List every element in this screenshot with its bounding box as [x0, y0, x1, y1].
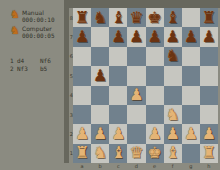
square-h1[interactable]: ♜	[200, 144, 218, 163]
white-bishop: ♝	[166, 145, 180, 161]
file-label-c: c	[109, 163, 127, 170]
square-b8[interactable]: ♞	[91, 8, 109, 27]
square-f7[interactable]: ♟	[164, 27, 182, 46]
chess-app-window: ♞ Manual 000:00:10 ♞ Computer 000:00:05 …	[0, 0, 220, 170]
black-move: b5	[40, 65, 62, 73]
black-pawn: ♟	[202, 29, 216, 45]
square-c1[interactable]: ♝	[109, 144, 127, 163]
board-frame-top	[64, 0, 220, 8]
black-bishop: ♝	[166, 10, 180, 26]
white-bishop: ♝	[111, 145, 125, 161]
black-queen: ♛	[129, 10, 143, 26]
black-pawn: ♟	[111, 29, 125, 45]
black-rook: ♜	[202, 10, 216, 26]
black-king: ♚	[147, 10, 161, 26]
black-pawn: ♟	[147, 29, 161, 45]
square-g5[interactable]	[182, 66, 200, 85]
file-label-g: g	[182, 163, 200, 170]
square-a4[interactable]	[73, 86, 91, 105]
square-a7[interactable]: ♟	[73, 27, 91, 46]
white-pawn: ♟	[184, 126, 198, 142]
square-d6[interactable]	[127, 47, 145, 66]
square-g8[interactable]	[182, 8, 200, 27]
white-queen: ♛	[129, 145, 143, 161]
square-a6[interactable]	[73, 47, 91, 66]
black-knight: ♞	[166, 48, 180, 64]
square-h3[interactable]	[200, 105, 218, 124]
square-g2[interactable]: ♟	[182, 124, 200, 143]
square-a3[interactable]	[73, 105, 91, 124]
black-rook: ♜	[75, 10, 89, 26]
white-pawn: ♟	[75, 126, 89, 142]
square-d5[interactable]	[127, 66, 145, 85]
square-b1[interactable]: ♞	[91, 144, 109, 163]
square-a5[interactable]	[73, 66, 91, 85]
square-b7[interactable]	[91, 27, 109, 46]
square-a1[interactable]: ♜	[73, 144, 91, 163]
square-c8[interactable]: ♝	[109, 8, 127, 27]
square-e5[interactable]	[146, 66, 164, 85]
white-pawn: ♟	[129, 87, 143, 103]
move-row: 2 Nf3 b5	[10, 65, 62, 73]
black-pawn: ♟	[166, 29, 180, 45]
square-f1[interactable]: ♝	[164, 144, 182, 163]
file-label-e: e	[146, 163, 164, 170]
square-h7[interactable]: ♟	[200, 27, 218, 46]
square-d3[interactable]	[127, 105, 145, 124]
square-d1[interactable]: ♛	[127, 144, 145, 163]
move-number: 2	[10, 65, 17, 73]
player-white-clock: 000:00:10	[22, 16, 64, 23]
file-label-b: b	[91, 163, 109, 170]
white-knight: ♞	[93, 145, 107, 161]
square-a8[interactable]: ♜	[73, 8, 91, 27]
square-c2[interactable]: ♟	[109, 124, 127, 143]
square-d2[interactable]	[127, 124, 145, 143]
black-pawn: ♟	[93, 68, 107, 84]
square-h6[interactable]	[200, 47, 218, 66]
square-a2[interactable]: ♟	[73, 124, 91, 143]
square-e1[interactable]: ♚	[146, 144, 164, 163]
white-pawn: ♟	[147, 126, 161, 142]
player-black-name: Computer	[22, 25, 64, 32]
square-c5[interactable]	[109, 66, 127, 85]
black-pawn: ♟	[75, 29, 89, 45]
square-g6[interactable]	[182, 47, 200, 66]
white-pawn: ♟	[111, 126, 125, 142]
white-pawn: ♟	[166, 126, 180, 142]
move-row: 1 d4 Nf6	[10, 57, 62, 65]
square-f2[interactable]: ♟	[164, 124, 182, 143]
square-c4[interactable]	[109, 86, 127, 105]
white-move: Nf3	[17, 65, 40, 73]
black-pawn: ♟	[184, 29, 198, 45]
square-c7[interactable]: ♟	[109, 27, 127, 46]
player-black-clock: 000:00:05	[22, 32, 64, 39]
square-e4[interactable]	[146, 86, 164, 105]
square-f6[interactable]: ♞	[164, 47, 182, 66]
square-d4[interactable]: ♟	[127, 86, 145, 105]
white-pawn: ♟	[202, 126, 216, 142]
square-c6[interactable]	[109, 47, 127, 66]
file-labels: abcdefgh	[73, 163, 218, 170]
square-b4[interactable]	[91, 86, 109, 105]
black-pawn: ♟	[129, 29, 143, 45]
square-b6[interactable]	[91, 47, 109, 66]
white-rook: ♜	[202, 145, 216, 161]
square-e7[interactable]: ♟	[146, 27, 164, 46]
file-label-h: h	[200, 163, 218, 170]
player-white-entry: ♞ Manual 000:00:10	[10, 9, 64, 23]
white-rook: ♜	[75, 145, 89, 161]
square-d8[interactable]: ♛	[127, 8, 145, 27]
square-e3[interactable]	[146, 105, 164, 124]
square-f4[interactable]	[164, 86, 182, 105]
square-b2[interactable]: ♟	[91, 124, 109, 143]
knight-icon: ♞	[10, 9, 20, 20]
move-list: 1 d4 Nf6 2 Nf3 b5	[10, 57, 62, 73]
square-g4[interactable]	[182, 86, 200, 105]
square-h2[interactable]: ♟	[200, 124, 218, 143]
square-h8[interactable]: ♜	[200, 8, 218, 27]
black-move: Nf6	[40, 57, 62, 65]
square-f5[interactable]	[164, 66, 182, 85]
player-white-name: Manual	[22, 9, 64, 16]
move-number: 1	[10, 57, 17, 65]
square-e8[interactable]: ♚	[146, 8, 164, 27]
white-pawn: ♟	[93, 126, 107, 142]
square-e6[interactable]	[146, 47, 164, 66]
square-g1[interactable]	[182, 144, 200, 163]
square-g3[interactable]	[182, 105, 200, 124]
square-b3[interactable]	[91, 105, 109, 124]
player-black-entry: ♞ Computer 000:00:05	[10, 25, 64, 39]
white-king: ♚	[147, 145, 161, 161]
black-bishop: ♝	[111, 10, 125, 26]
square-b5[interactable]: ♟	[91, 66, 109, 85]
chess-board: ♜♞♝♛♚♝♜♟♟♟♟♟♟♟♞♟♟♞♟♟♟♟♟♟♟♜♞♝♛♚♝♜	[73, 8, 218, 163]
file-label-f: f	[164, 163, 182, 170]
square-d7[interactable]: ♟	[127, 27, 145, 46]
info-panel: ♞ Manual 000:00:10 ♞ Computer 000:00:05 …	[0, 0, 64, 170]
square-h4[interactable]	[200, 86, 218, 105]
knight-icon: ♞	[10, 25, 20, 36]
file-label-d: d	[127, 163, 145, 170]
square-c3[interactable]	[109, 105, 127, 124]
square-f3[interactable]: ♞	[164, 105, 182, 124]
white-move: d4	[17, 57, 40, 65]
white-knight: ♞	[166, 107, 180, 123]
square-f8[interactable]: ♝	[164, 8, 182, 27]
black-knight: ♞	[93, 10, 107, 26]
square-e2[interactable]: ♟	[146, 124, 164, 143]
square-h5[interactable]	[200, 66, 218, 85]
square-g7[interactable]: ♟	[182, 27, 200, 46]
file-label-a: a	[73, 163, 91, 170]
